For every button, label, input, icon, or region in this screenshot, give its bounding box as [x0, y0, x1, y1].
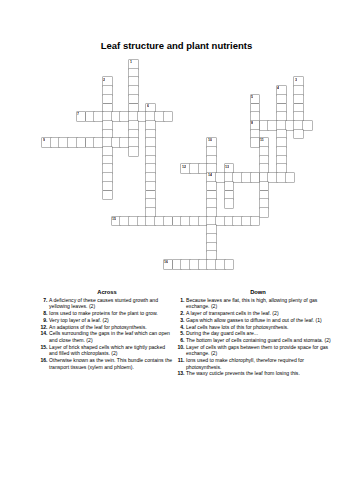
grid-cell-r6c10[interactable]	[129, 112, 138, 121]
clue-across-9: 9.Very top layer of a leaf. (2)	[40, 317, 174, 324]
cell-number-3: 3	[295, 78, 297, 82]
grid-cell-r9c24[interactable]	[251, 138, 260, 147]
grid-cell-r23c19[interactable]	[207, 260, 216, 269]
grid-cell-r9c27[interactable]	[277, 138, 286, 147]
grid-cell-r9c4[interactable]	[77, 138, 86, 147]
clue-number: 4.	[177, 323, 185, 330]
grid-cell-r18c21[interactable]	[225, 217, 234, 226]
clue-number: 6.	[177, 337, 185, 344]
clue-down-10: 10.Layer of cells with gaps between them…	[177, 343, 339, 356]
clue-text: Cells surrounding the gaps in the leaf w…	[48, 330, 175, 343]
grid-cell-r18c19[interactable]	[207, 217, 216, 226]
grid-cell-r6c13[interactable]	[155, 112, 164, 121]
clue-text: A deficiency of these causes stunted gro…	[48, 297, 175, 310]
across-header: Across	[40, 289, 174, 295]
grid-cell-r13c23[interactable]	[242, 173, 251, 182]
grid-cell-r14c12[interactable]	[146, 182, 155, 191]
grid-cell-r9c1[interactable]	[51, 138, 60, 147]
clue-text: Layer of cells with gaps between them to…	[185, 343, 340, 356]
down-header: Down	[177, 289, 339, 295]
grid-cell-r23c20[interactable]	[216, 260, 225, 269]
grid-cell-r8c29[interactable]	[294, 130, 303, 139]
grid-cell-r18c14[interactable]	[164, 217, 173, 226]
grid-cell-r17c25[interactable]	[260, 208, 269, 217]
grid-cell-r7c10[interactable]	[129, 121, 138, 130]
grid-cell-r23c18[interactable]	[199, 260, 208, 269]
grid-cell-r9c6[interactable]	[94, 138, 103, 147]
grid-cell-r3c7[interactable]	[103, 86, 112, 95]
grid-cell-r18c12[interactable]	[146, 217, 155, 226]
cell-number-12: 12	[182, 165, 186, 169]
grid-cell-r16c21[interactable]	[225, 199, 234, 208]
clue-down-13: 13.The waxy cuticle prevents the leaf fr…	[177, 370, 339, 377]
grid-cell-r6c8[interactable]	[112, 112, 121, 121]
grid-cell-r18c22[interactable]	[233, 217, 242, 226]
grid-cell-r2c29[interactable]: 3	[294, 77, 303, 86]
grid-cell-r6c29[interactable]	[294, 112, 303, 121]
grid-cell-r16c19[interactable]	[207, 199, 216, 208]
grid-cell-r12c18[interactable]	[199, 164, 208, 173]
grid-cell-r13c28[interactable]	[286, 173, 295, 182]
grid-cell-r15c7[interactable]	[103, 191, 112, 200]
grid-cell-r9c2[interactable]	[59, 138, 68, 147]
grid-cell-r13c25[interactable]	[260, 173, 269, 182]
cell-number-7: 7	[77, 112, 79, 116]
grid-cell-r7c24[interactable]: 8	[251, 121, 260, 130]
grid-cell-r18c24[interactable]	[251, 217, 260, 226]
clue-text: Layer of brick shaped cells which are ti…	[48, 343, 175, 356]
grid-cell-r18c16[interactable]	[181, 217, 190, 226]
grid-cell-r13c7[interactable]	[103, 173, 112, 182]
clue-number: 16.	[40, 357, 48, 370]
grid-cell-r17c12[interactable]	[146, 208, 155, 217]
clue-number: 9.	[40, 317, 48, 324]
grid-cell-r21c19[interactable]	[207, 243, 216, 252]
grid-cell-r23c21[interactable]	[225, 260, 234, 269]
grid-cell-r6c11[interactable]	[138, 112, 147, 121]
clue-number: 11.	[177, 357, 185, 370]
grid-cell-r9c3[interactable]	[68, 138, 77, 147]
clue-across-8: 8.Ions used to make proteins for the pla…	[40, 310, 174, 317]
clue-down-3: 3.Gaps which allow gasses to diffuse in …	[177, 317, 339, 324]
grid-cell-r7c7[interactable]	[103, 121, 112, 130]
grid-cell-r14c25[interactable]	[260, 182, 269, 191]
grid-cell-r9c12[interactable]	[146, 138, 155, 147]
grid-cell-r2c7[interactable]: 2	[103, 77, 112, 86]
grid-cell-r14c7[interactable]	[103, 182, 112, 191]
clue-text: During the day guard cells are...	[185, 330, 340, 337]
grid-cell-r4c24[interactable]: 5	[251, 95, 260, 104]
grid-cell-r11c19[interactable]	[207, 156, 216, 165]
down-clues-column: Down 1.Because leaves are flat, this is …	[177, 289, 339, 465]
grid-cell-r12c12[interactable]	[146, 164, 155, 173]
clue-text: Because leaves are flat, this is high, a…	[185, 297, 340, 310]
grid-cell-r10c10[interactable]	[129, 147, 138, 156]
clue-number: 7.	[40, 297, 48, 310]
grid-cell-r9c8[interactable]	[112, 138, 121, 147]
grid-cell-r12c25[interactable]	[260, 164, 269, 173]
grid-cell-r18c8[interactable]: 15	[112, 217, 121, 226]
grid-cell-r8c24[interactable]	[251, 130, 260, 139]
cell-number-1: 1	[130, 60, 132, 64]
grid-cell-r6c9[interactable]	[120, 112, 129, 121]
grid-cell-r6c12[interactable]	[146, 112, 155, 121]
clue-text: Ions used to make proteins for the plant…	[48, 310, 175, 317]
grid-cell-r6c14[interactable]	[164, 112, 173, 121]
grid-cell-r8c10[interactable]	[129, 130, 138, 139]
clue-text: A layer of transparent cells in the leaf…	[185, 310, 340, 317]
grid-cell-r10c27[interactable]	[277, 147, 286, 156]
grid-cell-r15c21[interactable]	[225, 191, 234, 200]
grid-cell-r9c10[interactable]	[129, 138, 138, 147]
grid-cell-r22c19[interactable]	[207, 251, 216, 260]
page-title: Leaf structure and plant nutrients	[0, 40, 353, 51]
grid-cell-r13c24[interactable]	[251, 173, 260, 182]
cell-number-11: 11	[260, 138, 264, 142]
grid-cell-r19c19[interactable]	[207, 225, 216, 234]
grid-cell-r13c26[interactable]	[268, 173, 277, 182]
grid-cell-r18c18[interactable]	[199, 217, 208, 226]
grid-cell-r9c25[interactable]: 11	[260, 138, 269, 147]
grid-cell-r10c12[interactable]	[146, 147, 155, 156]
grid-cell-r6c7[interactable]	[103, 112, 112, 121]
grid-cell-r18c9[interactable]	[120, 217, 129, 226]
clue-down-2: 2.A layer of transparent cells in the le…	[177, 310, 339, 317]
clue-down-5: 5.During the day guard cells are...	[177, 330, 339, 337]
clue-text: Ions used to make chlorophyll, therefore…	[185, 357, 340, 370]
grid-cell-r7c28[interactable]	[286, 121, 295, 130]
grid-cell-r12c16[interactable]: 12	[181, 164, 190, 173]
grid-cell-r8c7[interactable]	[103, 130, 112, 139]
grid-cell-r23c16[interactable]	[181, 260, 190, 269]
clue-text: The bottom layer of cells containing gua…	[185, 337, 340, 344]
grid-cell-r7c27[interactable]	[277, 121, 286, 130]
clue-number: 5.	[177, 330, 185, 337]
clue-number: 12.	[40, 323, 48, 330]
grid-cell-r12c27[interactable]	[277, 164, 286, 173]
cell-number-10: 10	[208, 138, 212, 142]
grid-cell-r3c27[interactable]: 4	[277, 86, 286, 95]
grid-cell-r18c23[interactable]	[242, 217, 251, 226]
grid-cell-r13c12[interactable]	[146, 173, 155, 182]
grid-cell-r12c21[interactable]: 13	[225, 164, 234, 173]
clue-across-7: 7.A deficiency of these causes stunted g…	[40, 297, 174, 310]
cell-number-6: 6	[147, 104, 149, 108]
clue-text: Leaf cells have lots of this for photosy…	[185, 323, 340, 330]
grid-cell-r9c5[interactable]	[86, 138, 95, 147]
grid-cell-r9c9[interactable]	[120, 138, 129, 147]
grid-cell-r18c17[interactable]	[190, 217, 199, 226]
clue-text: Gaps which allow gasses to diffuse in an…	[185, 317, 340, 324]
grid-cell-r5c10[interactable]	[129, 104, 138, 113]
clue-down-6: 6.The bottom layer of cells containing g…	[177, 337, 339, 344]
grid-cell-r11c25[interactable]	[260, 156, 269, 165]
clue-across-16: 16.Otherwise known as the vein. This bun…	[40, 357, 174, 370]
across-clues-column: Across 7.A deficiency of these causes st…	[40, 289, 174, 451]
grid-cell-r14c19[interactable]	[207, 182, 216, 191]
grid-cell-r10c19[interactable]	[207, 147, 216, 156]
grid-cell-r5c7[interactable]	[103, 104, 112, 113]
grid-cell-r3c29[interactable]	[294, 86, 303, 95]
clue-number: 15.	[40, 343, 48, 356]
grid-cell-r10c7[interactable]	[103, 147, 112, 156]
grid-cell-r8c12[interactable]	[146, 130, 155, 139]
clue-number: 10.	[177, 343, 185, 356]
crossword-grid: 12345678910111213141516	[42, 60, 312, 269]
clue-across-15: 15.Layer of brick shaped cells which are…	[40, 343, 174, 356]
clue-across-12: 12.An adaptions of the leaf for photosyn…	[40, 323, 174, 330]
grid-cell-r15c25[interactable]	[260, 191, 269, 200]
grid-cell-r5c29[interactable]	[294, 104, 303, 113]
grid-cell-r5c24[interactable]	[251, 104, 260, 113]
grid-cell-r9c19[interactable]: 10	[207, 138, 216, 147]
cell-number-5: 5	[251, 95, 253, 99]
grid-cell-r1c10[interactable]	[129, 69, 138, 78]
clue-number: 14.	[40, 330, 48, 343]
grid-cell-r3c10[interactable]	[129, 86, 138, 95]
grid-cell-r4c29[interactable]	[294, 95, 303, 104]
grid-cell-r12c7[interactable]	[103, 164, 112, 173]
grid-cell-r9c7[interactable]	[103, 138, 112, 147]
grid-cell-r23c15[interactable]	[173, 260, 182, 269]
clue-text: The waxy cuticle prevents the leaf from …	[185, 370, 340, 377]
grid-cell-r7c29[interactable]	[294, 121, 303, 130]
grid-cell-r5c27[interactable]	[277, 104, 286, 113]
grid-cell-r6c4[interactable]: 7	[77, 112, 86, 121]
grid-cell-r6c5[interactable]	[86, 112, 95, 121]
grid-cell-r7c25[interactable]	[260, 121, 269, 130]
grid-cell-r5c12[interactable]: 6	[146, 104, 155, 113]
clue-number: 8.	[40, 310, 48, 317]
grid-cell-r13c20[interactable]	[216, 173, 225, 182]
cell-number-9: 9	[43, 138, 45, 142]
cell-number-2: 2	[103, 78, 105, 82]
grid-cell-r13c22[interactable]	[233, 173, 242, 182]
clue-down-4: 4.Leaf cells have lots of this for photo…	[177, 323, 339, 330]
grid-cell-r15c12[interactable]	[146, 191, 155, 200]
cell-number-14: 14	[208, 173, 212, 177]
grid-cell-r11c7[interactable]	[103, 156, 112, 165]
grid-cell-r18c10[interactable]	[129, 217, 138, 226]
grid-cell-r10c25[interactable]	[260, 147, 269, 156]
cell-number-4: 4	[277, 86, 279, 90]
grid-cell-r23c14[interactable]: 16	[164, 260, 173, 269]
grid-cell-r7c30[interactable]	[303, 121, 312, 130]
clue-number: 1.	[177, 297, 185, 310]
cell-number-16: 16	[164, 260, 168, 264]
cell-number-15: 15	[112, 217, 116, 221]
grid-cell-r17c19[interactable]	[207, 208, 216, 217]
grid-cell-r2c10[interactable]	[129, 77, 138, 86]
cell-number-8: 8	[251, 121, 253, 125]
grid-cell-r11c27[interactable]	[277, 156, 286, 165]
clue-text: Very top layer of a leaf. (2)	[48, 317, 175, 324]
grid-cell-r0c10[interactable]: 1	[129, 60, 138, 69]
clue-down-1: 1.Because leaves are flat, this is high,…	[177, 297, 339, 310]
grid-cell-r4c7[interactable]	[103, 95, 112, 104]
clue-down-11: 11.Ions used to make chlorophyll, theref…	[177, 357, 339, 370]
grid-cell-r20c19[interactable]	[207, 234, 216, 243]
grid-cell-r23c17[interactable]	[190, 260, 199, 269]
grid-cell-r15c19[interactable]	[207, 191, 216, 200]
grid-cell-r8c27[interactable]	[277, 130, 286, 139]
grid-cell-r18c15[interactable]	[173, 217, 182, 226]
clue-number: 2.	[177, 310, 185, 317]
clue-number: 3.	[177, 317, 185, 324]
grid-cell-r11c12[interactable]	[146, 156, 155, 165]
grid-cell-r18c11[interactable]	[138, 217, 147, 226]
across-clue-list: 7.A deficiency of these causes stunted g…	[40, 297, 174, 371]
grid-cell-r13c27[interactable]	[277, 173, 286, 182]
grid-cell-r4c27[interactable]	[277, 95, 286, 104]
grid-cell-r4c10[interactable]	[129, 95, 138, 104]
grid-cell-r13c21[interactable]	[225, 173, 234, 182]
grid-cell-r18c20[interactable]	[216, 217, 225, 226]
grid-cell-r6c27[interactable]	[277, 112, 286, 121]
grid-cell-r7c12[interactable]	[146, 121, 155, 130]
grid-cell-r18c13[interactable]	[155, 217, 164, 226]
grid-cell-r13c19[interactable]: 14	[207, 173, 216, 182]
grid-cell-r6c6[interactable]	[94, 112, 103, 121]
grid-cell-r16c12[interactable]	[146, 199, 155, 208]
grid-cell-r14c21[interactable]	[225, 182, 234, 191]
grid-cell-r7c26[interactable]	[268, 121, 277, 130]
crossword-worksheet: Leaf structure and plant nutrients 12345…	[0, 0, 353, 500]
clue-across-14: 14.Cells surrounding the gaps in the lea…	[40, 330, 174, 343]
grid-cell-r16c25[interactable]	[260, 199, 269, 208]
down-clue-list: 1.Because leaves are flat, this is high,…	[177, 297, 339, 377]
grid-cell-r12c17[interactable]	[190, 164, 199, 173]
clue-number: 13.	[177, 370, 185, 377]
clue-text: An adaptions of the leaf for photosynthe…	[48, 323, 175, 330]
cell-number-13: 13	[225, 165, 229, 169]
clue-text: Otherwise known as the vein. This bundle…	[48, 357, 175, 370]
grid-cell-r9c0[interactable]: 9	[42, 138, 51, 147]
